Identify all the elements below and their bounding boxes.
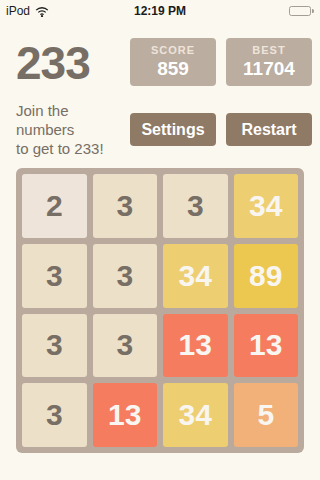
tile-r2c2[interactable]: 3	[93, 244, 158, 308]
app-screen: iPod 12:19 PM 233 SCORE 859	[0, 0, 320, 480]
best-box: BEST 11704	[226, 38, 312, 86]
tile-r4c3[interactable]: 34	[163, 383, 228, 447]
score-value: 859	[157, 58, 189, 80]
tile-r2c1[interactable]: 3	[22, 244, 87, 308]
tile-r1c1[interactable]: 2	[22, 174, 87, 238]
tile-r4c1[interactable]: 3	[22, 383, 87, 447]
tile-r3c2[interactable]: 3	[93, 314, 158, 378]
best-label: BEST	[252, 44, 285, 56]
tile-r4c4[interactable]: 5	[234, 383, 299, 447]
game-title: 233	[16, 38, 130, 88]
tile-r3c4[interactable]: 13	[234, 314, 299, 378]
tile-r2c4[interactable]: 89	[234, 244, 299, 308]
tile-r1c4[interactable]: 34	[234, 174, 299, 238]
status-bar: iPod 12:19 PM	[0, 0, 320, 20]
battery-icon	[289, 6, 314, 16]
best-value: 11704	[243, 58, 295, 80]
tile-r3c1[interactable]: 3	[22, 314, 87, 378]
settings-button[interactable]: Settings	[130, 113, 216, 146]
score-label: SCORE	[151, 44, 195, 56]
tile-r2c3[interactable]: 34	[163, 244, 228, 308]
carrier-label: iPod	[6, 4, 30, 18]
tile-r3c3[interactable]: 13	[163, 314, 228, 378]
subtitle-line2: to get to 233!	[16, 140, 104, 157]
tile-r1c2[interactable]: 3	[93, 174, 158, 238]
tile-r4c2[interactable]: 13	[93, 383, 158, 447]
restart-button[interactable]: Restart	[226, 113, 312, 146]
subtitle: Join the numbers to get to 233!	[16, 101, 130, 158]
tile-r1c3[interactable]: 3	[163, 174, 228, 238]
header: 233 SCORE 859 BEST 11704 Join the number…	[0, 38, 320, 158]
score-box: SCORE 859	[130, 38, 216, 86]
subtitle-line1: Join the numbers	[16, 102, 74, 138]
wifi-icon	[35, 6, 49, 17]
board[interactable]: 23334333489331313313345	[16, 168, 304, 453]
status-time: 12:19 PM	[96, 4, 224, 18]
